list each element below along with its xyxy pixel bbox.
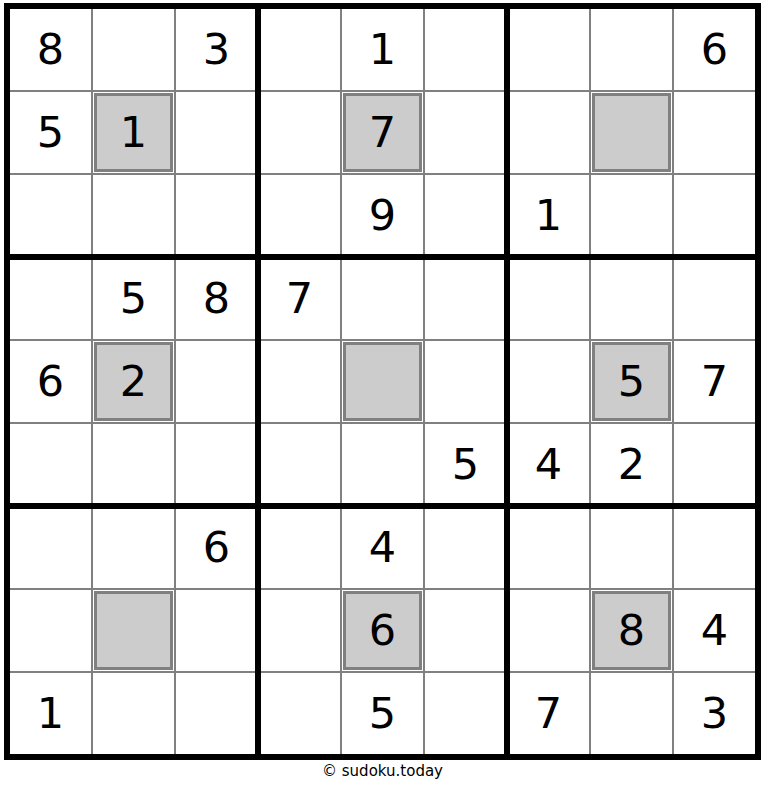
cell-value [591,673,672,754]
credit-text: © sudoku.today [4,762,761,780]
cell-r9c1[interactable]: 1 [10,673,91,754]
cell-r7c1[interactable] [10,507,91,588]
cell-value: 1 [508,175,589,256]
cell-value [93,9,174,90]
cell-value: 7 [259,258,340,339]
cell-r7c7[interactable] [508,507,589,588]
cell-value: 8 [176,258,257,339]
cell-r1c6[interactable] [425,9,506,90]
cell-r3c6[interactable] [425,175,506,256]
cell-r7c9[interactable] [674,507,755,588]
cell-r5c9[interactable]: 7 [674,341,755,422]
cell-value [259,175,340,256]
cell-r9c3[interactable] [176,673,257,754]
cell-r2c5[interactable]: 7 [342,92,423,173]
cell-r3c9[interactable] [674,175,755,256]
cell-value [176,175,257,256]
cell-value [93,507,174,588]
cell-r5c7[interactable] [508,341,589,422]
cell-r8c3[interactable] [176,590,257,671]
cell-value [425,258,506,339]
cell-value: 5 [425,424,506,505]
cell-r3c7[interactable]: 1 [508,175,589,256]
cell-r8c1[interactable] [10,590,91,671]
cell-r6c8[interactable]: 2 [591,424,672,505]
cell-value [259,590,340,671]
cell-r5c4[interactable] [259,341,340,422]
cell-value [10,258,91,339]
cell-r9c7[interactable]: 7 [508,673,589,754]
cell-r8c6[interactable] [425,590,506,671]
cell-r7c5[interactable]: 4 [342,507,423,588]
cell-r4c6[interactable] [425,258,506,339]
cell-r4c1[interactable] [10,258,91,339]
cell-value [674,175,755,256]
highlighted-cell-value: 5 [592,342,671,421]
cell-r1c7[interactable] [508,9,589,90]
sudoku-board: 8316517915876257542646841573 [4,3,761,760]
cell-value [10,424,91,505]
cell-value: 3 [674,673,755,754]
cell-value [425,175,506,256]
block-boundary-vertical-1 [255,9,261,754]
cell-value [342,258,423,339]
cell-r3c2[interactable] [93,175,174,256]
cell-r8c5[interactable]: 6 [342,590,423,671]
cell-value: 5 [93,258,174,339]
cell-value [10,175,91,256]
cell-value [93,175,174,256]
cell-r2c7[interactable] [508,92,589,173]
cell-r8c2[interactable] [93,590,174,671]
cell-r4c8[interactable] [591,258,672,339]
cell-value: 5 [10,92,91,173]
cell-r5c1[interactable]: 6 [10,341,91,422]
cell-value [508,590,589,671]
cell-value [176,590,257,671]
cell-r6c3[interactable] [176,424,257,505]
cell-r4c9[interactable] [674,258,755,339]
cell-value: 9 [342,175,423,256]
cell-r5c2[interactable]: 2 [93,341,174,422]
cell-r3c3[interactable] [176,175,257,256]
cell-value: 4 [508,424,589,505]
cell-r4c5[interactable] [342,258,423,339]
highlighted-cell-value: 7 [343,93,422,172]
cell-value: 3 [176,9,257,90]
highlighted-cell-value: 1 [94,93,173,172]
cell-value: 2 [591,424,672,505]
cell-value [259,92,340,173]
cell-r6c9[interactable] [674,424,755,505]
cell-r2c6[interactable] [425,92,506,173]
cell-value [591,9,672,90]
cell-r9c2[interactable] [93,673,174,754]
highlighted-cell-value: 6 [343,591,422,670]
cell-value [591,175,672,256]
cell-value [425,590,506,671]
cell-value [259,341,340,422]
cell-value [508,507,589,588]
cell-value: 6 [674,9,755,90]
cell-value [259,9,340,90]
sudoku-page: 8316517915876257542646841573 © sudoku.to… [0,0,765,785]
cell-value [425,9,506,90]
cell-r7c6[interactable] [425,507,506,588]
block-boundary-vertical-2 [504,9,510,754]
highlighted-cell-value [343,342,422,421]
cell-value: 4 [342,507,423,588]
cell-value: 6 [10,341,91,422]
cell-r8c9[interactable]: 4 [674,590,755,671]
cell-value [93,424,174,505]
cell-value [674,507,755,588]
cell-value [259,673,340,754]
cell-r7c3[interactable]: 6 [176,507,257,588]
cell-r1c3[interactable]: 3 [176,9,257,90]
cell-value: 4 [674,590,755,671]
cell-value [176,92,257,173]
block-boundary-horizontal-2 [10,503,755,509]
cell-r7c8[interactable] [591,507,672,588]
cell-r1c9[interactable]: 6 [674,9,755,90]
cell-r4c4[interactable]: 7 [259,258,340,339]
cell-value: 1 [342,9,423,90]
cell-r2c4[interactable] [259,92,340,173]
cell-r9c4[interactable] [259,673,340,754]
cell-r2c1[interactable]: 5 [10,92,91,173]
cell-value [176,673,257,754]
cell-r6c4[interactable] [259,424,340,505]
cell-r6c7[interactable]: 4 [508,424,589,505]
cell-value [10,507,91,588]
cell-value [425,341,506,422]
block-boundary-horizontal-1 [10,254,755,260]
cell-r6c1[interactable] [10,424,91,505]
cell-r5c5[interactable] [342,341,423,422]
cell-value [591,258,672,339]
highlighted-cell-value: 8 [592,591,671,670]
cell-r7c4[interactable] [259,507,340,588]
highlighted-cell-value [592,93,671,172]
cell-r3c1[interactable] [10,175,91,256]
cell-r2c9[interactable] [674,92,755,173]
cell-r9c8[interactable] [591,673,672,754]
cell-r2c3[interactable] [176,92,257,173]
cell-r8c4[interactable] [259,590,340,671]
cell-r4c7[interactable] [508,258,589,339]
cell-r4c3[interactable]: 8 [176,258,257,339]
cell-r8c7[interactable] [508,590,589,671]
cell-value [342,424,423,505]
cell-value: 7 [674,341,755,422]
cell-r6c6[interactable]: 5 [425,424,506,505]
cell-r2c2[interactable]: 1 [93,92,174,173]
cell-r9c9[interactable]: 3 [674,673,755,754]
cell-value: 8 [10,9,91,90]
cell-value [508,92,589,173]
cell-value [425,92,506,173]
cell-value: 7 [508,673,589,754]
cell-value [10,590,91,671]
cell-value [591,507,672,588]
cell-value [259,507,340,588]
cell-r1c2[interactable] [93,9,174,90]
cell-r1c1[interactable]: 8 [10,9,91,90]
cell-r7c2[interactable] [93,507,174,588]
cell-r1c5[interactable]: 1 [342,9,423,90]
cell-value [508,258,589,339]
cell-r5c3[interactable] [176,341,257,422]
cell-r9c6[interactable] [425,673,506,754]
highlighted-cell-value [94,591,173,670]
cell-value [674,424,755,505]
cell-value: 6 [176,507,257,588]
highlighted-cell-value: 2 [94,342,173,421]
cell-r1c4[interactable] [259,9,340,90]
cell-value [259,424,340,505]
cell-r4c2[interactable]: 5 [93,258,174,339]
cell-value [176,424,257,505]
cell-value [176,341,257,422]
cell-r6c2[interactable] [93,424,174,505]
cell-value [674,92,755,173]
cell-value [93,673,174,754]
cell-value [508,9,589,90]
cell-value [425,507,506,588]
cell-r5c8[interactable]: 5 [591,341,672,422]
cell-r5c6[interactable] [425,341,506,422]
cell-value: 1 [10,673,91,754]
cell-value: 5 [342,673,423,754]
cell-r3c5[interactable]: 9 [342,175,423,256]
cell-value [508,341,589,422]
cell-value [674,258,755,339]
cell-r3c8[interactable] [591,175,672,256]
cell-r3c4[interactable] [259,175,340,256]
cell-r2c8[interactable] [591,92,672,173]
cell-value [425,673,506,754]
cell-r9c5[interactable]: 5 [342,673,423,754]
cell-r8c8[interactable]: 8 [591,590,672,671]
cell-r1c8[interactable] [591,9,672,90]
cell-r6c5[interactable] [342,424,423,505]
